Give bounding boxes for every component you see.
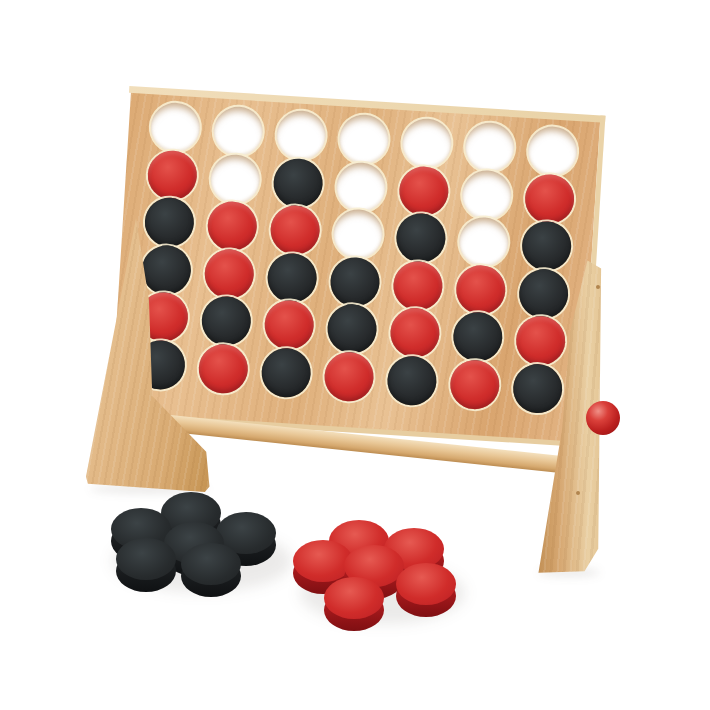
cell-r2-c2 [202,153,268,204]
black-disc-pile [105,485,290,605]
cell-r3-c1 [136,197,202,248]
black-disc-in-board [452,311,504,363]
red-disc-in-board [515,315,567,367]
black-disc-in-board [521,220,573,272]
cell-r1-c6 [457,122,523,173]
cell-r6-c7 [505,363,571,414]
cell-r2-c5 [391,165,457,216]
red-disc-in-board [524,173,576,225]
cell-r5-c4 [319,303,385,354]
black-disc-in-board [326,303,378,355]
empty-hole [401,117,453,169]
board-grid [128,102,586,414]
cell-r5-c6 [445,311,511,362]
cell-r6-c6 [442,359,508,410]
red-disc-in-board [389,307,441,359]
red-disc-in-board [197,343,249,395]
empty-hole [338,113,390,165]
cell-r2-c7 [517,173,583,224]
black-disc-in-board [272,157,324,209]
cell-r2-c6 [454,169,520,220]
red-knob [586,401,620,435]
black-disc-in-board [518,268,570,320]
red-disc-in-board [203,248,255,300]
black-disc-in-board [200,295,252,347]
cell-r4-c4 [322,256,388,307]
black-disc-in-board [395,212,447,264]
red-disc-in-board [206,200,258,252]
red-disc-in-board [323,351,375,403]
cell-r3-c6 [451,217,517,268]
screw-dot [596,285,600,289]
empty-hole [275,110,327,162]
cell-r1-c4 [331,114,397,165]
cell-r4-c5 [385,260,451,311]
empty-hole [335,161,387,213]
red-disc-in-board [455,264,507,316]
black-disc-in-board [512,362,564,414]
cell-r5-c7 [508,315,574,366]
cell-r6-c4 [316,351,382,402]
cell-r1-c5 [394,118,460,169]
cell-r3-c3 [262,205,328,256]
cell-r4-c6 [448,264,514,315]
cell-r1-c7 [520,126,586,177]
red-disc-in-board [392,260,444,312]
black-disc-in-board [329,256,381,308]
cell-r3-c2 [199,201,265,252]
black-disc-in-board [143,196,195,248]
cell-r2-c3 [265,157,331,208]
cell-r2-c4 [328,161,394,212]
empty-hole [209,153,261,205]
empty-hole [149,102,201,154]
cell-r2-c1 [139,149,205,200]
cell-r3-c4 [325,209,391,260]
empty-hole [527,125,579,177]
empty-hole [461,169,513,221]
cell-r6-c5 [379,355,445,406]
red-disc-in-board [449,358,501,410]
black-disc-in-board [140,244,192,296]
black-disc [116,538,176,592]
empty-hole [332,208,384,260]
black-disc-in-board [266,252,318,304]
cell-r1-c3 [268,110,334,161]
red-disc-in-board [398,165,450,217]
red-disc-in-board [269,204,321,256]
red-disc [324,577,384,631]
connect-four-board [111,92,600,443]
empty-hole [458,216,510,268]
cell-r1-c2 [205,106,271,157]
connect-four-product-photo [0,0,710,710]
empty-hole [212,106,264,158]
cell-r4-c7 [511,268,577,319]
red-disc-in-board [263,299,315,351]
cell-r1-c1 [142,102,208,153]
screw-dot [576,491,580,495]
cell-r4-c3 [259,252,325,303]
cell-r4-c2 [196,248,262,299]
cell-r3-c7 [514,220,580,271]
cell-r6-c2 [190,343,256,394]
empty-hole [464,121,516,173]
cell-r3-c5 [388,213,454,264]
black-disc-in-board [386,354,438,406]
red-disc-pile [288,515,468,640]
cell-r5-c3 [256,299,322,350]
red-disc-in-board [146,149,198,201]
cell-r6-c3 [253,347,319,398]
red-disc [396,563,456,617]
black-disc-in-board [260,347,312,399]
cell-r5-c5 [382,307,448,358]
black-disc [181,543,241,597]
cell-r5-c2 [193,296,259,347]
